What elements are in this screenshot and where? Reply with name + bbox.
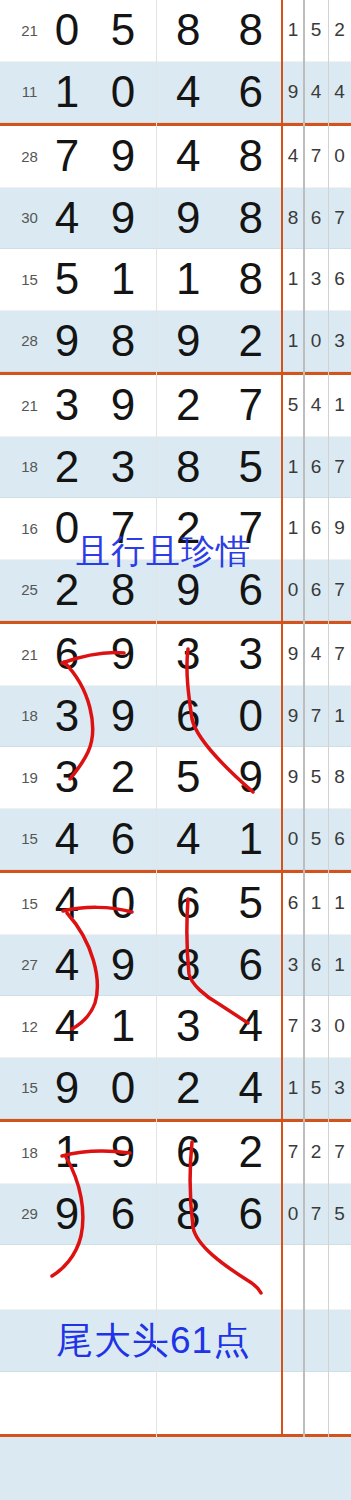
stat-cell: 0 <box>328 1015 351 1037</box>
stat-cell: 5 <box>304 1077 328 1099</box>
sum-cell: 19 <box>0 769 45 786</box>
stat-cell: 5 <box>328 1203 351 1225</box>
lottery-trend-chart: 2105881521110469442879484703049988671551… <box>0 0 351 1500</box>
stat-cell: 7 <box>282 1015 304 1037</box>
stat-cell: 9 <box>282 766 304 788</box>
digit-cell: 5 <box>45 257 101 301</box>
draw-row: 159024153 <box>0 1058 351 1120</box>
sum-cell: 18 <box>0 458 45 475</box>
stat-cell: 1 <box>328 705 351 727</box>
digit-cell: 8 <box>157 1192 220 1236</box>
digit-cell: 4 <box>220 1004 283 1048</box>
stat-cell: 0 <box>282 828 304 850</box>
stat-cell: 6 <box>304 207 328 229</box>
draw-row: 181962727 <box>0 1122 351 1184</box>
stat-cell: 0 <box>282 579 304 601</box>
stat-cell: 6 <box>328 268 351 290</box>
draw-row: 210588152 <box>0 0 351 62</box>
digit-cell: 3 <box>157 632 220 676</box>
draw-row: 289892103 <box>0 311 351 373</box>
digit-cell: 5 <box>157 755 220 799</box>
digit-cell: 3 <box>101 445 157 489</box>
digit-cell: 6 <box>101 1192 157 1236</box>
draw-row: 155118136 <box>0 249 351 311</box>
stat-cell: 8 <box>282 207 304 229</box>
digit-cell: 3 <box>45 383 101 427</box>
stat-cell: 0 <box>304 330 328 352</box>
caption-bottom: 尾大头61点 <box>56 1316 251 1366</box>
digit-cell: 8 <box>220 8 283 52</box>
digit-cell: 2 <box>220 319 283 363</box>
stat-cell: 3 <box>304 268 328 290</box>
digit-cell: 8 <box>220 134 283 178</box>
digit-cell: 2 <box>157 1066 220 1110</box>
digit-cell: 3 <box>157 1004 220 1048</box>
draw-row: 193259958 <box>0 747 351 809</box>
digit-cell: 0 <box>101 1066 157 1110</box>
stat-cell: 3 <box>282 954 304 976</box>
empty-row-2 <box>0 1372 351 1434</box>
stat-cell: 7 <box>328 643 351 665</box>
digit-cell: 8 <box>157 943 220 987</box>
digit-cell: 4 <box>45 881 101 925</box>
digit-cell: 9 <box>45 1066 101 1110</box>
stat-cell: 7 <box>328 1141 351 1163</box>
draw-row: 183960971 <box>0 686 351 748</box>
stat-cell: 6 <box>304 954 328 976</box>
digit-cell: 4 <box>157 817 220 861</box>
digit-cell: 9 <box>101 632 157 676</box>
stat-cell: 5 <box>304 19 328 41</box>
digit-cell: 3 <box>45 755 101 799</box>
digit-cell: 7 <box>45 134 101 178</box>
stat-cell: 3 <box>328 330 351 352</box>
sum-cell: 21 <box>0 397 45 414</box>
stat-cell: 5 <box>304 828 328 850</box>
digit-cell: 2 <box>45 445 101 489</box>
digit-cell: 9 <box>101 134 157 178</box>
digit-cell: 3 <box>45 694 101 738</box>
caption-middle: 且行且珍惜 <box>76 529 251 575</box>
sum-cell: 15 <box>0 895 45 912</box>
draw-row: 124134730 <box>0 996 351 1058</box>
stat-cell: 6 <box>304 517 328 539</box>
sum-cell: 29 <box>0 1205 45 1222</box>
digit-cell: 0 <box>220 694 283 738</box>
sum-cell: 16 <box>0 520 45 537</box>
digit-cell: 1 <box>45 1130 101 1174</box>
stat-cell: 9 <box>282 705 304 727</box>
stat-cell: 0 <box>282 1203 304 1225</box>
stat-cell: 1 <box>282 1077 304 1099</box>
stat-cell: 7 <box>304 145 328 167</box>
draw-row: 154641056 <box>0 809 351 871</box>
stat-cell: 4 <box>304 643 328 665</box>
stat-cell: 1 <box>304 892 328 914</box>
stat-cell: 4 <box>304 81 328 103</box>
digit-cell: 4 <box>45 943 101 987</box>
digit-cell: 2 <box>101 755 157 799</box>
sum-cell: 18 <box>0 1144 45 1161</box>
stat-cell: 6 <box>328 828 351 850</box>
sum-cell: 18 <box>0 707 45 724</box>
digit-cell: 0 <box>101 70 157 114</box>
digit-cell: 1 <box>101 257 157 301</box>
digit-cell: 0 <box>101 881 157 925</box>
stat-cell: 1 <box>328 954 351 976</box>
digit-cell: 5 <box>101 8 157 52</box>
stat-cell: 0 <box>328 145 351 167</box>
digit-cell: 0 <box>45 8 101 52</box>
digit-cell: 4 <box>45 817 101 861</box>
stat-cell: 5 <box>304 766 328 788</box>
stat-cell: 7 <box>304 1203 328 1225</box>
sum-cell: 27 <box>0 956 45 973</box>
stat-cell: 4 <box>304 394 328 416</box>
digit-cell: 8 <box>101 319 157 363</box>
digit-cell: 9 <box>101 943 157 987</box>
digit-cell: 4 <box>157 70 220 114</box>
digit-cell: 9 <box>101 196 157 240</box>
digit-cell: 4 <box>45 196 101 240</box>
digit-cell: 5 <box>220 445 283 489</box>
digit-cell: 1 <box>220 817 283 861</box>
empty-row <box>0 1245 351 1310</box>
sum-cell: 28 <box>0 148 45 165</box>
draw-row: 299686075 <box>0 1184 351 1246</box>
stat-cell: 6 <box>282 892 304 914</box>
digit-cell: 3 <box>220 632 283 676</box>
digit-cell: 6 <box>220 70 283 114</box>
draw-row: 111046944 <box>0 62 351 124</box>
digit-cell: 1 <box>101 1004 157 1048</box>
draw-row: 274986361 <box>0 935 351 997</box>
digit-cell: 9 <box>157 196 220 240</box>
stat-cell: 1 <box>282 19 304 41</box>
digit-cell: 6 <box>157 694 220 738</box>
stat-cell: 3 <box>304 1015 328 1037</box>
digit-cell: 2 <box>157 383 220 427</box>
caption-row: 尾大头61点 <box>0 1310 351 1372</box>
draw-row: 213927541 <box>0 375 351 437</box>
stat-cell: 1 <box>282 456 304 478</box>
digit-cell: 8 <box>157 445 220 489</box>
digit-cell: 4 <box>220 1066 283 1110</box>
stat-cell: 4 <box>328 81 351 103</box>
digit-cell: 9 <box>101 1130 157 1174</box>
stat-cell: 9 <box>282 81 304 103</box>
digit-cell: 6 <box>101 817 157 861</box>
stat-cell: 5 <box>282 394 304 416</box>
sum-cell: 11 <box>0 83 45 100</box>
digit-cell: 6 <box>45 632 101 676</box>
sum-cell: 21 <box>0 646 45 663</box>
stat-cell: 7 <box>328 456 351 478</box>
draw-row: 216933947 <box>0 624 351 686</box>
digit-cell: 8 <box>220 196 283 240</box>
stat-cell: 6 <box>304 579 328 601</box>
draw-row: 287948470 <box>0 126 351 188</box>
stat-cell: 4 <box>282 145 304 167</box>
stat-cell: 7 <box>304 705 328 727</box>
stat-cell: 9 <box>328 517 351 539</box>
digit-cell: 8 <box>220 257 283 301</box>
stat-cell: 3 <box>328 1077 351 1099</box>
draw-rows: 2105881521110469442879484703049988671551… <box>0 0 351 1245</box>
stat-cell: 7 <box>328 579 351 601</box>
sum-cell: 15 <box>0 830 45 847</box>
stat-cell: 9 <box>282 643 304 665</box>
digit-cell: 6 <box>157 1130 220 1174</box>
stat-cell: 8 <box>328 766 351 788</box>
digit-cell: 8 <box>157 8 220 52</box>
draw-row: 154065611 <box>0 873 351 935</box>
stat-cell: 7 <box>328 207 351 229</box>
digit-cell: 4 <box>45 1004 101 1048</box>
sum-cell: 15 <box>0 1079 45 1096</box>
sum-cell: 21 <box>0 22 45 39</box>
stat-cell: 2 <box>328 19 351 41</box>
digit-cell: 9 <box>45 319 101 363</box>
digit-cell: 7 <box>220 383 283 427</box>
digit-cell: 1 <box>45 70 101 114</box>
digit-cell: 4 <box>157 134 220 178</box>
digit-cell: 2 <box>220 1130 283 1174</box>
digit-cell: 6 <box>220 943 283 987</box>
stat-cell: 6 <box>304 456 328 478</box>
stat-cell: 1 <box>328 892 351 914</box>
sum-cell: 28 <box>0 332 45 349</box>
stat-cell: 1 <box>282 517 304 539</box>
digit-cell: 9 <box>220 755 283 799</box>
stat-cell: 2 <box>304 1141 328 1163</box>
digit-cell: 6 <box>220 1192 283 1236</box>
sum-cell: 25 <box>0 581 45 598</box>
digit-cell: 9 <box>101 694 157 738</box>
stat-cell: 1 <box>328 394 351 416</box>
sum-cell: 12 <box>0 1018 45 1035</box>
digit-cell: 5 <box>220 881 283 925</box>
digit-cell: 6 <box>157 881 220 925</box>
stat-cell: 1 <box>282 330 304 352</box>
sum-cell: 15 <box>0 271 45 288</box>
digit-cell: 9 <box>157 319 220 363</box>
footer-band <box>0 1437 351 1500</box>
stat-cell: 7 <box>282 1141 304 1163</box>
draw-row: 304998867 <box>0 188 351 250</box>
sum-cell: 30 <box>0 209 45 226</box>
digit-cell: 9 <box>45 1192 101 1236</box>
draw-row: 182385167 <box>0 437 351 499</box>
digit-cell: 9 <box>101 383 157 427</box>
digit-cell: 1 <box>157 257 220 301</box>
stat-cell: 1 <box>282 268 304 290</box>
